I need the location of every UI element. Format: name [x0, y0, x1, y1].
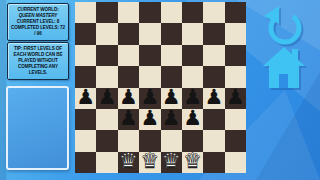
game-screen: CURRENT WORLD: QUEEN MASTERY CURRENT LEV…	[0, 0, 320, 180]
square-f4[interactable]: ♟	[182, 88, 203, 109]
square-f8[interactable]	[182, 2, 203, 23]
chess-board: ♟♟♟♟♟♟♟♟♟♟♟♟♛♛♛♛	[75, 2, 246, 173]
square-h5[interactable]	[225, 66, 246, 87]
square-a8[interactable]	[75, 2, 96, 23]
square-c3[interactable]: ♟	[118, 109, 139, 130]
square-a3[interactable]	[75, 109, 96, 130]
completed-levels-line: COMPLETED LEVELS: 72 / 96	[10, 25, 66, 37]
square-a1[interactable]	[75, 152, 96, 173]
piece-white-queen[interactable]: ♛	[140, 152, 159, 172]
piece-black-pawn[interactable]: ♟	[119, 88, 138, 108]
square-h3[interactable]	[225, 109, 246, 130]
world-info-panel: CURRENT WORLD: QUEEN MASTERY CURRENT LEV…	[7, 3, 69, 41]
piece-white-queen[interactable]: ♛	[183, 152, 202, 172]
square-a5[interactable]	[75, 66, 96, 87]
square-d2[interactable]	[139, 130, 160, 151]
square-d8[interactable]	[139, 2, 160, 23]
home-icon	[260, 47, 310, 89]
square-h6[interactable]	[225, 45, 246, 66]
piece-white-queen[interactable]: ♛	[162, 152, 181, 172]
current-world-label: CURRENT WORLD:	[17, 7, 58, 12]
square-e5[interactable]	[161, 66, 182, 87]
square-e4[interactable]: ♟	[161, 88, 182, 109]
square-e3[interactable]: ♟	[161, 109, 182, 130]
piece-black-pawn[interactable]: ♟	[98, 88, 117, 108]
square-f6[interactable]	[182, 45, 203, 66]
current-world-line: CURRENT WORLD: QUEEN MASTERY	[10, 7, 66, 19]
square-b3[interactable]	[96, 109, 117, 130]
square-d3[interactable]: ♟	[139, 109, 160, 130]
square-a4[interactable]: ♟	[75, 88, 96, 109]
square-g4[interactable]: ♟	[203, 88, 224, 109]
restart-icon	[262, 3, 306, 47]
square-c4[interactable]: ♟	[118, 88, 139, 109]
square-b6[interactable]	[96, 45, 117, 66]
square-g5[interactable]	[203, 66, 224, 87]
square-b8[interactable]	[96, 2, 117, 23]
square-h4[interactable]: ♟	[225, 88, 246, 109]
square-g6[interactable]	[203, 45, 224, 66]
square-h8[interactable]	[225, 2, 246, 23]
square-c7[interactable]	[118, 23, 139, 44]
square-f1[interactable]: ♛	[182, 152, 203, 173]
square-h7[interactable]	[225, 23, 246, 44]
square-e1[interactable]: ♛	[161, 152, 182, 173]
square-b4[interactable]: ♟	[96, 88, 117, 109]
square-g8[interactable]	[203, 2, 224, 23]
square-a6[interactable]	[75, 45, 96, 66]
side-panel-empty	[6, 86, 69, 170]
square-c1[interactable]: ♛	[118, 152, 139, 173]
piece-black-pawn[interactable]: ♟	[140, 88, 159, 108]
square-e6[interactable]	[161, 45, 182, 66]
home-button[interactable]	[260, 47, 310, 89]
square-b1[interactable]	[96, 152, 117, 173]
piece-black-pawn[interactable]: ♟	[183, 88, 202, 108]
square-d7[interactable]	[139, 23, 160, 44]
square-d6[interactable]	[139, 45, 160, 66]
square-g7[interactable]	[203, 23, 224, 44]
square-c5[interactable]	[118, 66, 139, 87]
piece-black-pawn[interactable]: ♟	[205, 88, 224, 108]
square-f2[interactable]	[182, 130, 203, 151]
piece-white-queen[interactable]: ♛	[119, 152, 138, 172]
current-world-name: QUEEN MASTERY	[19, 13, 58, 18]
square-h1[interactable]	[225, 152, 246, 173]
piece-black-pawn[interactable]: ♟	[76, 88, 95, 108]
square-d5[interactable]	[139, 66, 160, 87]
square-d1[interactable]: ♛	[139, 152, 160, 173]
square-f5[interactable]	[182, 66, 203, 87]
square-b5[interactable]	[96, 66, 117, 87]
piece-black-pawn[interactable]: ♟	[183, 109, 202, 129]
square-g3[interactable]	[203, 109, 224, 130]
square-b2[interactable]	[96, 130, 117, 151]
square-a2[interactable]	[75, 130, 96, 151]
tip-panel: TIP: FIRST LEVELS OF EACH WORLD CAN BE P…	[7, 42, 69, 80]
square-c6[interactable]	[118, 45, 139, 66]
square-d4[interactable]: ♟	[139, 88, 160, 109]
square-e8[interactable]	[161, 2, 182, 23]
square-b7[interactable]	[96, 23, 117, 44]
square-g1[interactable]	[203, 152, 224, 173]
piece-black-pawn[interactable]: ♟	[226, 88, 245, 108]
restart-button[interactable]	[262, 3, 306, 47]
square-a7[interactable]	[75, 23, 96, 44]
piece-black-pawn[interactable]: ♟	[119, 109, 138, 129]
piece-black-pawn[interactable]: ♟	[162, 88, 181, 108]
square-h2[interactable]	[225, 130, 246, 151]
square-f3[interactable]: ♟	[182, 109, 203, 130]
square-c8[interactable]	[118, 2, 139, 23]
tip-text: TIP: FIRST LEVELS OF EACH WORLD CAN BE P…	[10, 46, 66, 76]
piece-black-pawn[interactable]: ♟	[140, 109, 159, 129]
square-e2[interactable]	[161, 130, 182, 151]
square-c2[interactable]	[118, 130, 139, 151]
square-f7[interactable]	[182, 23, 203, 44]
square-e7[interactable]	[161, 23, 182, 44]
square-g2[interactable]	[203, 130, 224, 151]
piece-black-pawn[interactable]: ♟	[162, 109, 181, 129]
